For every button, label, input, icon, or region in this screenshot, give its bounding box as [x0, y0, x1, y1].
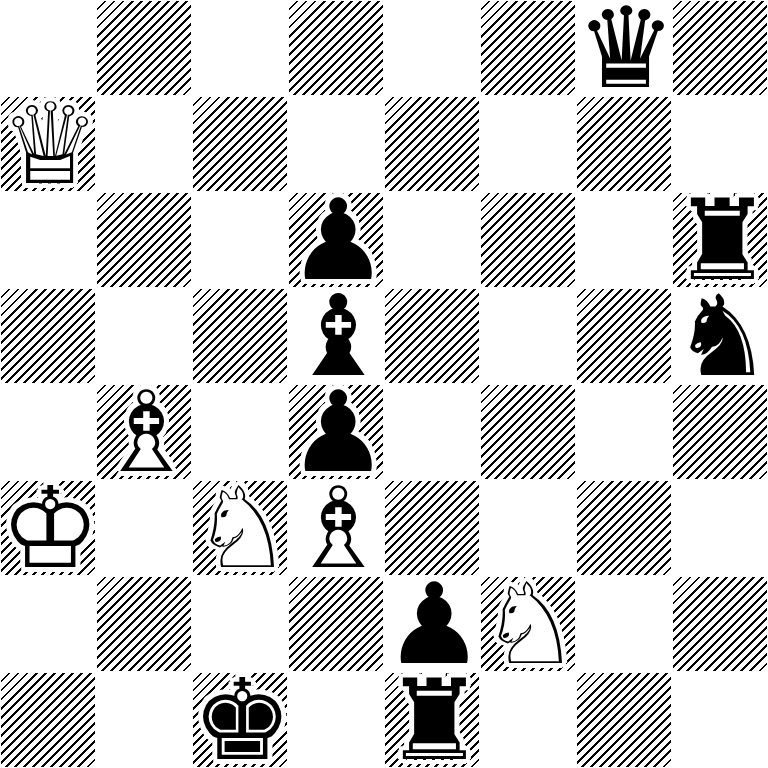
square-a2[interactable]	[0, 576, 96, 672]
piece-f2-white-knight[interactable]: ♞♘	[480, 576, 576, 672]
square-g5[interactable]	[576, 288, 672, 384]
square-b2[interactable]	[96, 576, 192, 672]
black-rook-icon: ♜	[384, 672, 480, 768]
square-a7[interactable]: ♛♕	[0, 96, 96, 192]
square-b7[interactable]	[96, 96, 192, 192]
square-d2[interactable]	[288, 576, 384, 672]
piece-c1-black-king[interactable]: ♚♚	[192, 672, 288, 768]
square-b3[interactable]	[96, 480, 192, 576]
square-f6[interactable]	[480, 192, 576, 288]
white-knight-icon: ♘	[480, 576, 576, 672]
chess-board: ♛♛♛♕♟♟♜♜♝♝♞♞♝♗♟♟♚♔♞♘♝♗♟♟♞♘♚♚♜♜	[0, 0, 768, 768]
square-g7[interactable]	[576, 96, 672, 192]
square-f5[interactable]	[480, 288, 576, 384]
black-queen-icon: ♛	[576, 0, 672, 96]
black-king-icon: ♚	[192, 672, 288, 768]
white-bishop-icon: ♗	[96, 384, 192, 480]
piece-c3-white-knight[interactable]: ♞♘	[192, 480, 288, 576]
piece-b4-white-bishop[interactable]: ♝♗	[96, 384, 192, 480]
square-e6[interactable]	[384, 192, 480, 288]
piece-a7-white-queen[interactable]: ♛♕	[0, 96, 96, 192]
square-d3[interactable]: ♝♗	[288, 480, 384, 576]
square-g8[interactable]: ♛♛	[576, 0, 672, 96]
square-c8[interactable]	[192, 0, 288, 96]
square-g1[interactable]	[576, 672, 672, 768]
square-e5[interactable]	[384, 288, 480, 384]
square-b6[interactable]	[96, 192, 192, 288]
square-e1[interactable]: ♜♜	[384, 672, 480, 768]
square-g6[interactable]	[576, 192, 672, 288]
square-h1[interactable]	[672, 672, 768, 768]
square-e7[interactable]	[384, 96, 480, 192]
square-h4[interactable]	[672, 384, 768, 480]
square-b4[interactable]: ♝♗	[96, 384, 192, 480]
square-h3[interactable]	[672, 480, 768, 576]
square-d8[interactable]	[288, 0, 384, 96]
square-f7[interactable]	[480, 96, 576, 192]
square-h2[interactable]	[672, 576, 768, 672]
square-g3[interactable]	[576, 480, 672, 576]
square-h5[interactable]: ♞♞	[672, 288, 768, 384]
square-f1[interactable]	[480, 672, 576, 768]
piece-e1-black-rook[interactable]: ♜♜	[384, 672, 480, 768]
square-c6[interactable]	[192, 192, 288, 288]
square-d1[interactable]	[288, 672, 384, 768]
square-g2[interactable]	[576, 576, 672, 672]
piece-h5-black-knight[interactable]: ♞♞	[672, 288, 768, 384]
black-knight-icon: ♞	[672, 288, 768, 384]
square-g4[interactable]	[576, 384, 672, 480]
square-c7[interactable]	[192, 96, 288, 192]
piece-g8-black-queen[interactable]: ♛♛	[576, 0, 672, 96]
square-f4[interactable]	[480, 384, 576, 480]
white-bishop-icon: ♗	[288, 480, 384, 576]
square-a3[interactable]: ♚♔	[0, 480, 96, 576]
square-c1[interactable]: ♚♚	[192, 672, 288, 768]
white-knight-icon: ♘	[192, 480, 288, 576]
square-c3[interactable]: ♞♘	[192, 480, 288, 576]
piece-a3-white-king[interactable]: ♚♔	[0, 480, 96, 576]
square-h8[interactable]	[672, 0, 768, 96]
square-b8[interactable]	[96, 0, 192, 96]
piece-d3-white-bishop[interactable]: ♝♗	[288, 480, 384, 576]
square-f2[interactable]: ♞♘	[480, 576, 576, 672]
square-f8[interactable]	[480, 0, 576, 96]
square-e4[interactable]	[384, 384, 480, 480]
square-b1[interactable]	[96, 672, 192, 768]
square-e8[interactable]	[384, 0, 480, 96]
square-a1[interactable]	[0, 672, 96, 768]
white-king-icon: ♔	[0, 480, 96, 576]
white-queen-icon: ♕	[0, 96, 96, 192]
square-a5[interactable]	[0, 288, 96, 384]
square-c5[interactable]	[192, 288, 288, 384]
square-a6[interactable]	[0, 192, 96, 288]
